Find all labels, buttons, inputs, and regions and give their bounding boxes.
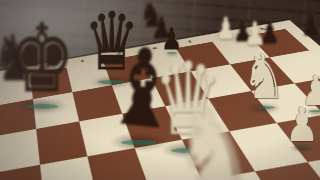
white-knight: ♞ <box>216 90 319 180</box>
piece-glyph: ♟ <box>302 10 320 40</box>
piece-glyph: ♚ <box>9 12 75 106</box>
chess-photo-stage: abcdefgh ♞♞♟♟♟♟♟♟♚♛♟♝♛♞♟♟♞ <box>0 0 320 180</box>
piece-glyph: ♞ <box>170 87 256 180</box>
black-pawn-captured: ♟ <box>312 10 320 40</box>
